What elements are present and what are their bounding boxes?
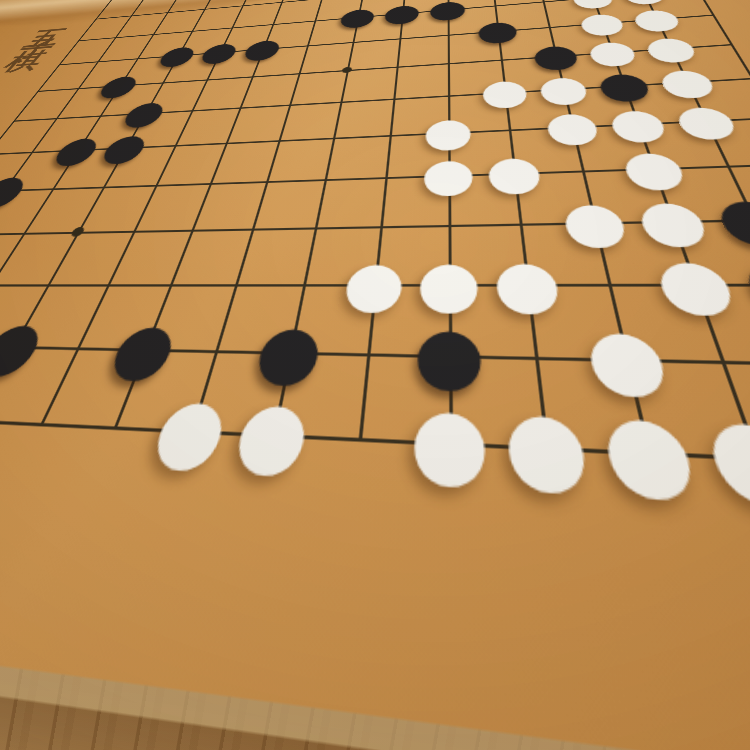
black-stone[interactable]: ● [472,16,526,47]
white-stone[interactable]: ● [610,144,700,195]
black-stone[interactable]: ● [378,0,425,27]
black-stone[interactable]: ● [95,315,192,387]
white-stone[interactable]: ● [415,152,482,200]
black-stone[interactable]: ● [0,169,42,211]
white-stone[interactable]: ● [401,395,500,497]
white-stone[interactable]: ● [485,252,573,319]
stones-layer[interactable]: ●●●●●●●●●●●●●●●●●●●●●●●●●●●●●●●●●●●●●●●●… [0,0,750,534]
white-stone[interactable]: ● [573,319,686,404]
black-stone[interactable]: ● [0,314,62,383]
black-stone[interactable]: ● [406,317,494,397]
white-stone[interactable]: ● [479,149,551,198]
board-photo: 五子棋 ●●●●●●●●●●●●●●●●●●●●●●●●●●●●●●●●●●●●… [0,0,750,750]
black-stone[interactable]: ● [333,4,382,31]
black-stone[interactable]: ● [243,316,334,392]
white-stone[interactable]: ● [475,74,537,112]
white-stone[interactable]: ● [494,398,605,503]
gomoku-cloth-board[interactable]: 五子棋 ●●●●●●●●●●●●●●●●●●●●●●●●●●●●●●●●●●●●… [0,0,750,750]
white-stone[interactable]: ● [410,253,490,318]
white-stone[interactable]: ● [334,254,413,318]
black-stone[interactable]: ● [424,0,472,24]
